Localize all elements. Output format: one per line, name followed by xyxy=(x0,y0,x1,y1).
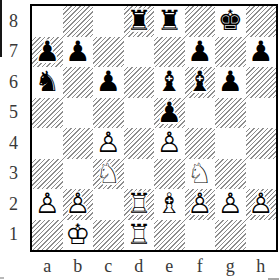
black-k-piece: ♚ xyxy=(215,6,246,37)
square-g7 xyxy=(215,37,246,68)
chess-diagram-page: 8 7 6 5 4 3 2 1 ♜♜♚♟♟♟♟♞♟♝♝♟♟♟♙♟♙♞♘♞♘♟♙♟… xyxy=(0,0,279,280)
white-n-piece-fill: ♞ xyxy=(185,159,216,190)
white-p-piece-fill: ♟ xyxy=(63,189,94,220)
square-a6: ♞ xyxy=(32,67,63,98)
black-p-piece: ♟ xyxy=(63,37,94,68)
square-d3 xyxy=(124,159,155,190)
square-d5 xyxy=(124,98,155,129)
square-h2: ♟♙ xyxy=(246,189,277,220)
file-label-f: f xyxy=(185,253,216,279)
square-c5 xyxy=(93,98,124,129)
rank-label-3: 3 xyxy=(0,159,27,190)
square-c7 xyxy=(93,37,124,68)
square-h8 xyxy=(246,6,277,37)
black-p-piece: ♟ xyxy=(93,67,124,98)
square-b4 xyxy=(63,128,94,159)
square-b3 xyxy=(63,159,94,190)
file-labels: a b c d e f g h xyxy=(32,253,276,279)
square-g6: ♟ xyxy=(215,67,246,98)
square-g5 xyxy=(215,98,246,129)
rank-label-4: 4 xyxy=(0,128,27,159)
square-b7: ♟ xyxy=(63,37,94,68)
file-label-h: h xyxy=(246,253,277,279)
file-label-d: d xyxy=(124,253,155,279)
square-f2: ♟♙ xyxy=(185,189,216,220)
square-g8: ♚ xyxy=(215,6,246,37)
white-r-piece-fill: ♜ xyxy=(124,220,155,251)
black-n-piece: ♞ xyxy=(32,67,63,98)
square-h1 xyxy=(246,220,277,251)
square-d2: ♜♖ xyxy=(124,189,155,220)
white-p-piece-fill: ♟ xyxy=(215,189,246,220)
square-b5 xyxy=(63,98,94,129)
file-label-e: e xyxy=(154,253,185,279)
square-h5 xyxy=(246,98,277,129)
black-r-piece: ♜ xyxy=(124,6,155,37)
scan-artifact-bottom-left xyxy=(0,277,4,279)
white-p-piece-fill: ♟ xyxy=(93,128,124,159)
square-d8: ♜ xyxy=(124,6,155,37)
square-e2: ♝♗ xyxy=(154,189,185,220)
square-a8 xyxy=(32,6,63,37)
file-label-b: b xyxy=(63,253,94,279)
square-a1 xyxy=(32,220,63,251)
square-h4 xyxy=(246,128,277,159)
file-label-c: c xyxy=(93,253,124,279)
white-b-piece: ♗ xyxy=(154,189,185,220)
square-f8 xyxy=(185,6,216,37)
black-p-piece: ♟ xyxy=(32,37,63,68)
square-h3 xyxy=(246,159,277,190)
white-p-piece: ♙ xyxy=(32,189,63,220)
square-f7: ♟ xyxy=(185,37,216,68)
square-h6 xyxy=(246,67,277,98)
white-p-piece-fill: ♟ xyxy=(32,189,63,220)
square-g1 xyxy=(215,220,246,251)
square-a5 xyxy=(32,98,63,129)
chess-board: ♜♜♚♟♟♟♟♞♟♝♝♟♟♟♙♟♙♞♘♞♘♟♙♟♙♜♖♝♗♟♙♟♙♟♙♚♔♜♖ xyxy=(30,4,278,252)
square-e3 xyxy=(154,159,185,190)
square-f3: ♞♘ xyxy=(185,159,216,190)
black-b-piece: ♝ xyxy=(154,67,185,98)
white-p-piece: ♙ xyxy=(246,189,277,220)
black-b-piece: ♝ xyxy=(185,67,216,98)
square-c1 xyxy=(93,220,124,251)
white-p-piece: ♙ xyxy=(215,189,246,220)
square-d6 xyxy=(124,67,155,98)
rank-label-6: 6 xyxy=(0,67,27,98)
square-f4 xyxy=(185,128,216,159)
white-r-piece: ♖ xyxy=(124,220,155,251)
black-p-piece: ♟ xyxy=(215,67,246,98)
black-p-piece: ♟ xyxy=(154,98,185,129)
white-p-piece-fill: ♟ xyxy=(246,189,277,220)
rank-label-8: 8 xyxy=(0,6,27,37)
white-p-piece: ♙ xyxy=(63,189,94,220)
white-p-piece: ♙ xyxy=(154,128,185,159)
square-e5: ♟ xyxy=(154,98,185,129)
white-p-piece: ♙ xyxy=(185,189,216,220)
square-c4: ♟♙ xyxy=(93,128,124,159)
square-b2: ♟♙ xyxy=(63,189,94,220)
square-e4: ♟♙ xyxy=(154,128,185,159)
square-a3 xyxy=(32,159,63,190)
white-b-piece-fill: ♝ xyxy=(154,189,185,220)
white-p-piece: ♙ xyxy=(93,128,124,159)
white-n-piece: ♘ xyxy=(93,159,124,190)
square-g3 xyxy=(215,159,246,190)
square-a2: ♟♙ xyxy=(32,189,63,220)
square-f1 xyxy=(185,220,216,251)
square-f6: ♝ xyxy=(185,67,216,98)
square-b8 xyxy=(63,6,94,37)
square-g4 xyxy=(215,128,246,159)
square-e8: ♜ xyxy=(154,6,185,37)
white-n-piece: ♘ xyxy=(185,159,216,190)
square-c6: ♟ xyxy=(93,67,124,98)
square-g2: ♟♙ xyxy=(215,189,246,220)
white-p-piece-fill: ♟ xyxy=(154,128,185,159)
white-p-piece-fill: ♟ xyxy=(185,189,216,220)
white-r-piece: ♖ xyxy=(124,189,155,220)
black-p-piece: ♟ xyxy=(185,37,216,68)
square-a4 xyxy=(32,128,63,159)
square-h7: ♟ xyxy=(246,37,277,68)
square-b6 xyxy=(63,67,94,98)
black-r-piece: ♜ xyxy=(154,6,185,37)
square-a7: ♟ xyxy=(32,37,63,68)
white-k-piece-fill: ♚ xyxy=(63,220,94,251)
square-d4 xyxy=(124,128,155,159)
rank-label-5: 5 xyxy=(0,98,27,129)
square-c3: ♞♘ xyxy=(93,159,124,190)
square-d7 xyxy=(124,37,155,68)
square-b1: ♚♔ xyxy=(63,220,94,251)
square-e7 xyxy=(154,37,185,68)
white-r-piece-fill: ♜ xyxy=(124,189,155,220)
file-label-g: g xyxy=(215,253,246,279)
white-n-piece-fill: ♞ xyxy=(93,159,124,190)
square-e6: ♝ xyxy=(154,67,185,98)
square-c2 xyxy=(93,189,124,220)
rank-label-1: 1 xyxy=(0,220,27,251)
rank-labels: 8 7 6 5 4 3 2 1 xyxy=(0,6,27,250)
black-p-piece: ♟ xyxy=(246,37,277,68)
square-d1: ♜♖ xyxy=(124,220,155,251)
rank-label-2: 2 xyxy=(0,189,27,220)
rank-label-7: 7 xyxy=(0,37,27,68)
file-label-a: a xyxy=(32,253,63,279)
square-f5 xyxy=(185,98,216,129)
white-k-piece: ♔ xyxy=(63,220,94,251)
square-c8 xyxy=(93,6,124,37)
square-e1 xyxy=(154,220,185,251)
